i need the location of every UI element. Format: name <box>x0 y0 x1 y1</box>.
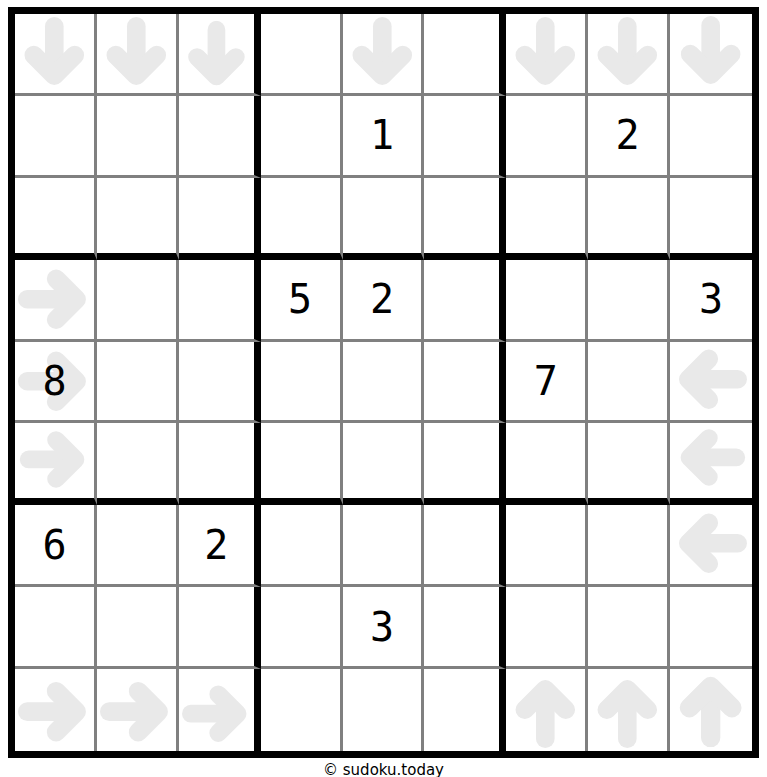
down-arrow-icon <box>346 17 419 90</box>
cell-r6c6[interactable] <box>424 423 506 505</box>
cell-r3c6[interactable] <box>424 178 506 260</box>
copyright-caption: © sudoku.today <box>0 761 767 777</box>
right-arrow-icon <box>18 674 91 749</box>
cell-r2c1[interactable] <box>15 96 97 178</box>
given-digit: 8 <box>42 361 66 401</box>
cell-r4c4[interactable]: 5 <box>261 260 343 342</box>
given-digit: 2 <box>370 279 394 319</box>
down-arrow-icon <box>100 17 173 90</box>
left-arrow-icon <box>673 507 748 580</box>
cell-r9c9[interactable] <box>670 669 752 751</box>
cell-r8c1[interactable] <box>15 587 97 669</box>
cell-r3c7[interactable] <box>506 178 588 260</box>
cell-r1c7[interactable] <box>506 14 588 96</box>
cell-r2c5[interactable]: 1 <box>343 96 425 178</box>
cell-r9c7[interactable] <box>506 669 588 751</box>
cell-r6c5[interactable] <box>343 423 425 505</box>
given-digit: 1 <box>370 115 394 155</box>
cell-r5c2[interactable] <box>97 342 179 424</box>
cell-r1c1[interactable] <box>15 14 97 96</box>
cell-r7c4[interactable] <box>261 505 343 587</box>
up-arrow-icon <box>673 672 748 747</box>
cell-r5c6[interactable] <box>424 342 506 424</box>
cell-r7c8[interactable] <box>588 505 670 587</box>
cell-r3c1[interactable] <box>15 178 97 260</box>
right-arrow-icon <box>18 425 91 494</box>
cell-r2c3[interactable] <box>179 96 261 178</box>
cell-r8c4[interactable] <box>261 587 343 669</box>
cell-r4c1[interactable] <box>15 260 97 342</box>
cell-r1c8[interactable] <box>588 14 670 96</box>
cell-r7c9[interactable] <box>670 505 752 587</box>
cell-r2c9[interactable] <box>670 96 752 178</box>
up-arrow-icon <box>508 675 583 748</box>
cell-r4c8[interactable] <box>588 260 670 342</box>
down-arrow-icon <box>180 21 253 90</box>
right-arrow-icon <box>100 674 173 749</box>
cell-r4c6[interactable] <box>424 260 506 342</box>
cell-r2c4[interactable] <box>261 96 343 178</box>
right-arrow-icon <box>182 676 251 751</box>
cell-r7c1[interactable]: 6 <box>15 505 97 587</box>
cell-r9c6[interactable] <box>424 669 506 751</box>
cell-r9c8[interactable] <box>588 669 670 751</box>
cell-r5c5[interactable] <box>343 342 425 424</box>
given-digit: 5 <box>288 279 312 319</box>
cell-r8c9[interactable] <box>670 587 752 669</box>
cell-r9c5[interactable] <box>343 669 425 751</box>
down-arrow-icon <box>591 17 664 90</box>
cell-r8c2[interactable] <box>97 587 179 669</box>
left-arrow-icon <box>673 423 748 492</box>
up-arrow-icon <box>590 675 665 748</box>
cell-r8c6[interactable] <box>424 587 506 669</box>
right-arrow-icon <box>18 263 91 336</box>
cell-r6c1[interactable] <box>15 423 97 505</box>
cell-r1c5[interactable] <box>343 14 425 96</box>
given-digit: 6 <box>42 525 66 565</box>
cell-r3c9[interactable] <box>670 178 752 260</box>
cell-r5c8[interactable] <box>588 342 670 424</box>
cell-r9c4[interactable] <box>261 669 343 751</box>
down-arrow-icon <box>675 14 748 89</box>
cell-r7c7[interactable] <box>506 505 588 587</box>
given-digit: 3 <box>699 279 723 319</box>
cell-r3c3[interactable] <box>179 178 261 260</box>
cell-r5c7[interactable]: 7 <box>506 342 588 424</box>
cell-r7c5[interactable] <box>343 505 425 587</box>
cell-r6c7[interactable] <box>506 423 588 505</box>
cell-r1c2[interactable] <box>97 14 179 96</box>
cell-r5c3[interactable] <box>179 342 261 424</box>
cell-r6c4[interactable] <box>261 423 343 505</box>
cell-r5c4[interactable] <box>261 342 343 424</box>
given-digit: 2 <box>616 115 640 155</box>
down-arrow-icon <box>18 17 91 90</box>
cell-r5c1[interactable]: 8 <box>15 342 97 424</box>
cell-r8c7[interactable] <box>506 587 588 669</box>
cell-r3c5[interactable] <box>343 178 425 260</box>
cell-r7c3[interactable]: 2 <box>179 505 261 587</box>
cell-r1c4[interactable] <box>261 14 343 96</box>
cell-r6c9[interactable] <box>670 423 752 505</box>
given-digit: 3 <box>370 607 394 647</box>
given-digit: 7 <box>534 361 558 401</box>
cell-r5c9[interactable] <box>670 342 752 424</box>
cell-r1c6[interactable] <box>424 14 506 96</box>
cell-r3c8[interactable] <box>588 178 670 260</box>
cell-r8c3[interactable] <box>179 587 261 669</box>
cell-r2c6[interactable] <box>424 96 506 178</box>
cell-r2c2[interactable] <box>97 96 179 178</box>
sudoku-board: 1252387623 <box>8 7 759 758</box>
down-arrow-icon <box>509 17 582 90</box>
cell-r4c9[interactable]: 3 <box>670 260 752 342</box>
cell-r6c2[interactable] <box>97 423 179 505</box>
cell-r9c2[interactable] <box>97 669 179 751</box>
given-digit: 2 <box>204 525 228 565</box>
cell-r3c4[interactable] <box>261 178 343 260</box>
cell-r4c2[interactable] <box>97 260 179 342</box>
cell-r9c1[interactable] <box>15 669 97 751</box>
cell-r3c2[interactable] <box>97 178 179 260</box>
cell-r8c8[interactable] <box>588 587 670 669</box>
cell-r4c3[interactable] <box>179 260 261 342</box>
left-arrow-icon <box>673 343 748 416</box>
cell-r1c9[interactable] <box>670 14 752 96</box>
cell-r1c3[interactable] <box>179 14 261 96</box>
cell-r9c3[interactable] <box>179 669 261 751</box>
cell-r7c6[interactable] <box>424 505 506 587</box>
cell-r2c8[interactable]: 2 <box>588 96 670 178</box>
cell-r4c7[interactable] <box>506 260 588 342</box>
cell-r6c8[interactable] <box>588 423 670 505</box>
cell-r4c5[interactable]: 2 <box>343 260 425 342</box>
cell-r8c5[interactable]: 3 <box>343 587 425 669</box>
cell-r2c7[interactable] <box>506 96 588 178</box>
cell-r7c2[interactable] <box>97 505 179 587</box>
cell-r6c3[interactable] <box>179 423 261 505</box>
